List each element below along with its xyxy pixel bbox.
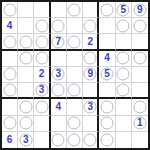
cell-r4c2[interactable] (18, 51, 34, 67)
cell-r4c7[interactable]: 4 (99, 51, 115, 67)
cell-r2c4[interactable] (51, 18, 67, 34)
odd-marker-circle (3, 68, 16, 81)
given-digit: 6 (7, 135, 13, 145)
odd-marker-circle (35, 19, 48, 32)
cell-r8c1[interactable] (2, 116, 18, 132)
given-digit: 7 (55, 37, 61, 47)
cell-r9c1[interactable]: 6 (2, 132, 18, 148)
given-digit: 1 (137, 118, 143, 128)
odd-marker-circle (52, 84, 65, 97)
cell-r1c6[interactable] (83, 2, 99, 18)
cell-r8c3[interactable] (34, 116, 50, 132)
cell-r9c8[interactable] (116, 132, 132, 148)
cell-r6c4[interactable] (51, 83, 67, 99)
cell-r8c5[interactable] (67, 116, 83, 132)
given-digit: 5 (120, 5, 126, 15)
given-digit: 2 (87, 37, 93, 47)
cell-r8c7[interactable] (99, 116, 115, 132)
cell-r3c2[interactable] (18, 34, 34, 50)
cell-r9c4[interactable] (51, 132, 67, 148)
odd-marker-circle (19, 35, 32, 48)
cell-r5c5[interactable] (67, 67, 83, 83)
cell-r6c9[interactable] (132, 83, 148, 99)
cell-r5c1[interactable] (2, 67, 18, 83)
cell-r7c2[interactable] (18, 99, 34, 115)
cell-r5c2[interactable] (18, 67, 34, 83)
cell-r2c8[interactable] (116, 18, 132, 34)
cell-r6c3[interactable]: 3 (34, 83, 50, 99)
odd-marker-circle (117, 68, 130, 81)
cell-r9c5[interactable] (67, 132, 83, 148)
cell-r2c5[interactable] (67, 18, 83, 34)
odd-marker-circle (133, 100, 146, 113)
cell-r3c5[interactable] (67, 34, 83, 50)
given-digit: 9 (87, 69, 93, 79)
cell-r4c6[interactable] (83, 51, 99, 67)
cell-r8c8[interactable] (116, 116, 132, 132)
given-digit: 3 (55, 69, 61, 79)
cell-r8c4[interactable] (51, 116, 67, 132)
cell-r1c2[interactable] (18, 2, 34, 18)
cell-r7c7[interactable] (99, 99, 115, 115)
cell-r7c4[interactable]: 4 (51, 99, 67, 115)
cell-r1c5[interactable] (67, 2, 83, 18)
odd-marker-circle (117, 52, 130, 65)
cell-r3c4[interactable]: 7 (51, 34, 67, 50)
cell-r2c3[interactable] (34, 18, 50, 34)
cell-r5c7[interactable]: 5 (99, 67, 115, 83)
cell-r7c6[interactable]: 3 (83, 99, 99, 115)
given-digit: 4 (104, 53, 110, 63)
given-digit: 3 (39, 85, 45, 95)
cell-r4c5[interactable] (67, 51, 83, 67)
odd-marker-circle (100, 117, 113, 130)
cell-r2c6[interactable] (83, 18, 99, 34)
cell-r1c1[interactable] (2, 2, 18, 18)
cell-r6c2[interactable] (18, 83, 34, 99)
odd-marker-circle (84, 19, 97, 32)
cell-r1c9[interactable]: 9 (132, 2, 148, 18)
odd-marker-circle (68, 84, 81, 97)
cell-r6c7[interactable] (99, 83, 115, 99)
odd-marker-circle (52, 133, 65, 146)
cell-r4c9[interactable] (132, 51, 148, 67)
odd-marker-circle (3, 35, 16, 48)
cell-r1c3[interactable] (34, 2, 50, 18)
odd-marker-circle (68, 117, 81, 130)
cell-r8c2[interactable] (18, 116, 34, 132)
odd-marker-circle (19, 100, 32, 113)
odd-marker-circle (84, 133, 97, 146)
cell-r2c1[interactable]: 4 (2, 18, 18, 34)
cell-r2c7[interactable] (99, 18, 115, 34)
cell-r4c4[interactable] (51, 51, 67, 67)
odd-marker-circle (3, 117, 16, 130)
odd-marker-circle (68, 3, 81, 16)
cell-r6c5[interactable] (67, 83, 83, 99)
cell-r7c3[interactable] (34, 99, 50, 115)
cell-r3c3[interactable] (34, 34, 50, 50)
cell-r3c8[interactable] (116, 34, 132, 50)
odd-marker-circle (3, 3, 16, 16)
given-digit: 4 (7, 21, 13, 31)
cell-r9c7[interactable] (99, 132, 115, 148)
cell-r2c9[interactable] (132, 18, 148, 34)
cell-r7c9[interactable] (132, 99, 148, 115)
cell-r5c8[interactable] (116, 67, 132, 83)
cell-r7c1[interactable] (2, 99, 18, 115)
sudoku-board: 5947242395343163 (0, 0, 150, 150)
odd-marker-circle (19, 52, 32, 65)
odd-marker-circle (133, 52, 146, 65)
cell-r6c1[interactable] (2, 83, 18, 99)
given-digit: 2 (39, 69, 45, 79)
cell-r6c6[interactable] (83, 83, 99, 99)
cell-r8c9[interactable]: 1 (132, 116, 148, 132)
cell-r7c5[interactable] (67, 99, 83, 115)
cell-r3c7[interactable] (99, 34, 115, 50)
given-digit: 3 (23, 135, 29, 145)
cell-r3c6[interactable]: 2 (83, 34, 99, 50)
odd-marker-circle (52, 19, 65, 32)
odd-marker-circle (117, 84, 130, 97)
cell-r1c8[interactable]: 5 (116, 2, 132, 18)
cell-r5c6[interactable]: 9 (83, 67, 99, 83)
cell-r5c4[interactable]: 3 (51, 67, 67, 83)
odd-marker-circle (100, 133, 113, 146)
cell-r9c6[interactable] (83, 132, 99, 148)
odd-marker-circle (68, 133, 81, 146)
cell-r5c9[interactable] (132, 67, 148, 83)
odd-marker-circle (35, 52, 48, 65)
odd-marker-circle (84, 52, 97, 65)
cell-r1c4[interactable] (51, 2, 67, 18)
cell-r3c9[interactable] (132, 34, 148, 50)
cell-r7c8[interactable] (116, 99, 132, 115)
cell-r9c3[interactable] (34, 132, 50, 148)
cell-r3c1[interactable] (2, 34, 18, 50)
cell-r5c3[interactable]: 2 (34, 67, 50, 83)
odd-marker-circle (35, 100, 48, 113)
cell-r4c1[interactable] (2, 51, 18, 67)
cell-r1c7[interactable] (99, 2, 115, 18)
given-digit: 5 (104, 69, 110, 79)
odd-marker-circle (19, 117, 32, 130)
odd-marker-circle (3, 84, 16, 97)
cell-r9c9[interactable] (132, 132, 148, 148)
cell-r4c3[interactable] (34, 51, 50, 67)
odd-marker-circle (100, 100, 113, 113)
cell-r8c6[interactable] (83, 116, 99, 132)
odd-marker-circle (100, 3, 113, 16)
odd-marker-circle (35, 35, 48, 48)
odd-marker-circle (117, 19, 130, 32)
odd-marker-circle (133, 19, 146, 32)
cell-r9c2[interactable]: 3 (18, 132, 34, 148)
given-digit: 4 (55, 102, 61, 112)
odd-marker-circle (68, 35, 81, 48)
given-digit: 9 (137, 5, 143, 15)
given-digit: 3 (87, 102, 93, 112)
cell-r6c8[interactable] (116, 83, 132, 99)
cell-r2c2[interactable] (18, 18, 34, 34)
cell-r4c8[interactable] (116, 51, 132, 67)
